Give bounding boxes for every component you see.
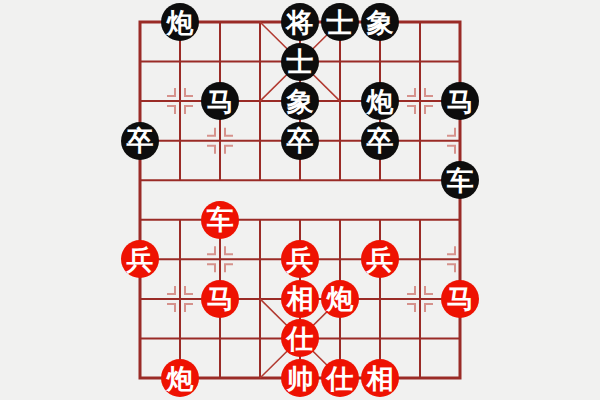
piece-red-chariot[interactable]: 车 — [201, 201, 239, 239]
piece-black-horse[interactable]: 马 — [441, 82, 479, 120]
piece-black-soldier[interactable]: 卒 — [361, 122, 399, 160]
xiangqi-board[interactable]: 炮将士象士马象炮马卒卒卒车车兵兵兵马相炮马仕炮帅仕相 — [0, 0, 600, 400]
piece-red-horse[interactable]: 马 — [441, 280, 479, 318]
piece-black-elephant[interactable]: 象 — [361, 3, 399, 41]
piece-black-general[interactable]: 将 — [281, 3, 319, 41]
piece-red-soldier[interactable]: 兵 — [121, 240, 159, 278]
piece-red-cannon[interactable]: 炮 — [321, 280, 359, 318]
piece-red-general[interactable]: 帅 — [281, 359, 319, 397]
piece-red-soldier[interactable]: 兵 — [281, 240, 319, 278]
piece-black-soldier[interactable]: 卒 — [281, 122, 319, 160]
piece-red-advisor[interactable]: 仕 — [281, 319, 319, 357]
piece-red-advisor[interactable]: 仕 — [321, 359, 359, 397]
piece-black-horse[interactable]: 马 — [201, 82, 239, 120]
piece-red-horse[interactable]: 马 — [201, 280, 239, 318]
piece-red-elephant[interactable]: 相 — [361, 359, 399, 397]
piece-black-cannon[interactable]: 炮 — [161, 3, 199, 41]
piece-black-cannon[interactable]: 炮 — [361, 82, 399, 120]
piece-black-soldier[interactable]: 卒 — [121, 122, 159, 160]
piece-black-advisor[interactable]: 士 — [321, 3, 359, 41]
piece-black-advisor[interactable]: 士 — [281, 43, 319, 81]
piece-red-cannon[interactable]: 炮 — [161, 359, 199, 397]
piece-red-elephant[interactable]: 相 — [281, 280, 319, 318]
piece-red-soldier[interactable]: 兵 — [361, 240, 399, 278]
piece-black-chariot[interactable]: 车 — [441, 161, 479, 199]
piece-black-elephant[interactable]: 象 — [281, 82, 319, 120]
pieces-layer: 炮将士象士马象炮马卒卒卒车车兵兵兵马相炮马仕炮帅仕相 — [0, 0, 600, 400]
